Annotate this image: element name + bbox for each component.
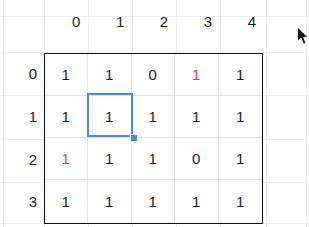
row-header-1[interactable]: 1	[0, 108, 37, 126]
matrix-cell-r2c1[interactable]: 1	[88, 138, 132, 180]
mouse-cursor-icon	[296, 26, 309, 46]
matrix-cell-r0c3[interactable]: 1	[175, 54, 219, 96]
col-header-4[interactable]: 4	[219, 13, 256, 31]
col-header-2[interactable]: 2	[131, 13, 168, 31]
matrix-cell-r2c4[interactable]: 1	[219, 138, 263, 180]
matrix-cell-r2c0[interactable]: 1	[45, 138, 89, 180]
selection-box[interactable]	[87, 93, 133, 137]
grid-line	[266, 0, 267, 227]
matrix-cell-r0c1[interactable]: 1	[88, 54, 132, 96]
matrix-cell-r0c4[interactable]: 1	[219, 54, 263, 96]
matrix-cell-r1c0[interactable]: 1	[45, 96, 89, 138]
matrix-table: 11011111111110111111	[44, 53, 264, 224]
row-header-0[interactable]: 0	[0, 65, 37, 83]
matrix-cell-r3c1[interactable]: 1	[88, 180, 132, 222]
col-header-1[interactable]: 1	[87, 13, 124, 31]
matrix-cell-r0c0[interactable]: 1	[45, 54, 89, 96]
col-header-3[interactable]: 3	[175, 13, 212, 31]
matrix-cell-r3c0[interactable]: 1	[45, 180, 89, 222]
col-header-0[interactable]: 0	[44, 13, 81, 31]
matrix-cell-r3c2[interactable]: 1	[132, 180, 176, 222]
matrix-cell-r0c2[interactable]: 0	[132, 54, 176, 96]
matrix-cell-r3c3[interactable]: 1	[175, 180, 219, 222]
row-header-2[interactable]: 2	[0, 151, 37, 169]
matrix-cell-r1c4[interactable]: 1	[219, 96, 263, 138]
fill-handle[interactable]	[131, 135, 137, 141]
matrix-cell-r2c2[interactable]: 1	[132, 138, 176, 180]
spreadsheet-canvas: 01234 0123 11011111111110111111	[0, 0, 309, 227]
matrix-cell-r3c4[interactable]: 1	[219, 180, 263, 222]
matrix-cell-r1c2[interactable]: 1	[132, 96, 176, 138]
row-header-3[interactable]: 3	[0, 193, 37, 211]
matrix-cell-r2c3[interactable]: 0	[175, 138, 219, 180]
matrix-cell-r1c3[interactable]: 1	[175, 96, 219, 138]
